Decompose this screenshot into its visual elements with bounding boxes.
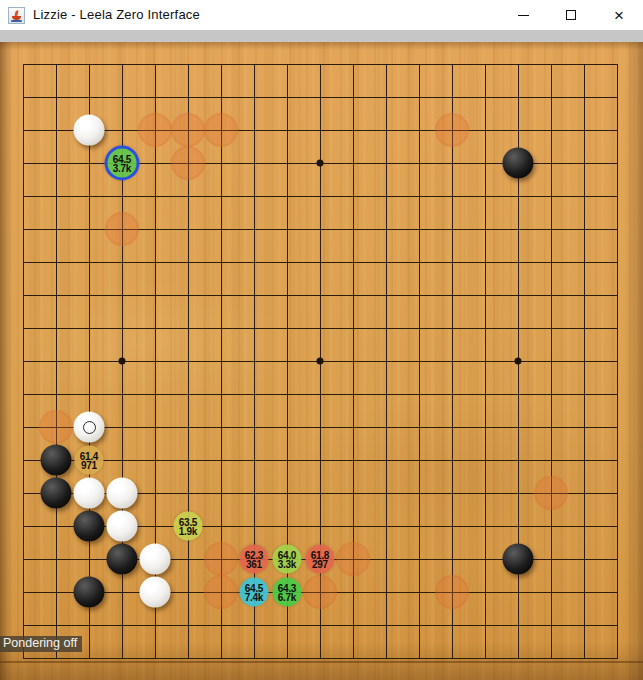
stone-white-D6[interactable] [107, 478, 138, 509]
heatmap-spot-G3 [204, 575, 238, 609]
title-bar: Lizzie - Leela Zero Interface × [0, 0, 643, 30]
stone-black-B7[interactable] [41, 445, 72, 476]
close-button[interactable]: × [595, 0, 643, 30]
heatmap-spot-K3 [303, 575, 337, 609]
coffee-saucer-icon [11, 20, 22, 22]
stone-white-E3[interactable] [140, 577, 171, 608]
heatmap-spot-L4 [336, 542, 370, 576]
visits-value: 1.9k [179, 526, 197, 535]
visits-value: 7.4k [245, 592, 263, 601]
stone-white-D5[interactable] [107, 511, 138, 542]
stone-black-B6[interactable] [41, 478, 72, 509]
heatmap-spot-F16 [171, 146, 205, 180]
stone-black-Q4[interactable] [503, 544, 534, 575]
heatmap-spot-G17 [204, 113, 238, 147]
suggested-move-H3[interactable]: 64.57.4k [240, 578, 269, 607]
stone-black-C5[interactable] [74, 511, 105, 542]
suggested-move-K4[interactable]: 61.8297 [306, 545, 335, 574]
suggested-move-J4[interactable]: 64.03.3k [273, 545, 302, 574]
heatmap-spot-B8 [39, 410, 73, 444]
star-point-K10 [317, 358, 324, 365]
visits-value: 971 [81, 460, 97, 469]
java-app-icon [8, 7, 25, 24]
visits-value: 361 [246, 559, 262, 568]
heatmap-spot-F17 [171, 113, 205, 147]
heatmap-spot-O17 [435, 113, 469, 147]
visits-value: 6.7k [278, 592, 296, 601]
heatmap-spot-D14 [105, 212, 139, 246]
stone-black-C3[interactable] [74, 577, 105, 608]
menu-strip [0, 30, 643, 42]
stone-white-E4[interactable] [140, 544, 171, 575]
heatmap-spot-E17 [138, 113, 172, 147]
suggested-move-D16[interactable]: 64.53.7k [105, 146, 140, 181]
minimize-icon [518, 15, 529, 16]
maximize-icon [566, 10, 576, 20]
stone-white-C8[interactable] [74, 412, 105, 443]
star-point-Q10 [515, 358, 522, 365]
heatmap-spot-G4 [204, 542, 238, 576]
suggested-move-H4[interactable]: 62.3361 [240, 545, 269, 574]
suggested-move-C7[interactable]: 61.4971 [75, 446, 104, 475]
last-move-marker [83, 421, 96, 434]
suggested-move-J3[interactable]: 64.36.7k [273, 578, 302, 607]
heatmap-spot-O3 [435, 575, 469, 609]
window-controls: × [499, 0, 643, 30]
window-title: Lizzie - Leela Zero Interface [33, 7, 200, 22]
star-point-D10 [119, 358, 126, 365]
pondering-status: Pondering off [0, 636, 82, 652]
stone-black-Q16[interactable] [503, 148, 534, 179]
minimize-button[interactable] [499, 0, 547, 30]
lizzie-window: Lizzie - Leela Zero Interface × 64.53.7k… [0, 0, 643, 680]
star-point-K16 [317, 160, 324, 167]
stone-white-C6[interactable] [74, 478, 105, 509]
stone-white-C17[interactable] [74, 115, 105, 146]
suggested-move-F5[interactable]: 63.51.9k [174, 512, 203, 541]
heatmap-spot-R6 [534, 476, 568, 510]
visits-value: 3.7k [113, 163, 131, 172]
stone-black-D4[interactable] [107, 544, 138, 575]
visits-value: 297 [312, 559, 328, 568]
close-icon: × [614, 7, 624, 24]
maximize-button[interactable] [547, 0, 595, 30]
visits-value: 3.3k [278, 559, 296, 568]
